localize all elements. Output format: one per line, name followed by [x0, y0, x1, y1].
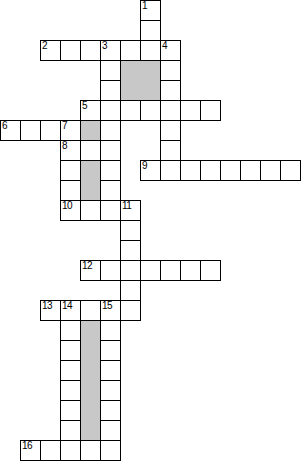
crossword-cell[interactable] [60, 340, 81, 361]
crossword-cell[interactable] [40, 120, 61, 141]
crossword-cell[interactable] [100, 420, 121, 441]
crossword-cell[interactable] [60, 320, 81, 341]
crossword-grid: 12345678910111213141516 [0, 0, 301, 461]
crossword-cell[interactable] [200, 100, 221, 121]
crossword-cell[interactable] [200, 260, 221, 281]
clue-number: 15 [102, 301, 112, 311]
crossword-cell[interactable] [140, 260, 161, 281]
crossword-cell[interactable] [100, 340, 121, 361]
crossword-cell[interactable]: 12 [80, 260, 101, 281]
crossword-cell[interactable] [120, 240, 141, 261]
crossword-cell[interactable] [100, 380, 121, 401]
crossword-cell[interactable] [20, 120, 41, 141]
crossword-cell[interactable]: 9 [140, 160, 161, 181]
crossword-cell[interactable] [160, 140, 181, 161]
clue-number: 6 [2, 121, 7, 131]
clue-number: 11 [122, 201, 131, 211]
crossword-cell[interactable]: 7 [60, 120, 81, 141]
crossword-cell[interactable] [220, 160, 241, 181]
gray-filler-block [81, 321, 100, 440]
crossword-cell[interactable] [100, 440, 121, 461]
crossword-cell[interactable] [60, 420, 81, 441]
clue-number: 10 [62, 201, 72, 211]
crossword-cell[interactable] [80, 440, 101, 461]
crossword-cell[interactable] [140, 20, 161, 41]
crossword-cell[interactable] [80, 300, 101, 321]
crossword-cell[interactable] [100, 260, 121, 281]
crossword-cell[interactable] [60, 380, 81, 401]
crossword-cell[interactable] [100, 360, 121, 381]
crossword-cell[interactable] [120, 100, 141, 121]
crossword-cell[interactable] [140, 100, 161, 121]
crossword-cell[interactable] [80, 200, 101, 221]
crossword-cell[interactable] [80, 40, 101, 61]
crossword-cell[interactable]: 11 [120, 200, 141, 221]
crossword-cell[interactable] [100, 60, 121, 81]
clue-number: 7 [62, 121, 67, 131]
crossword-cell[interactable] [200, 160, 221, 181]
crossword-cell[interactable] [160, 260, 181, 281]
crossword-cell[interactable] [40, 440, 61, 461]
crossword-cell[interactable] [60, 40, 81, 61]
crossword-cell[interactable] [160, 60, 181, 81]
clue-number: 9 [142, 161, 147, 171]
crossword-cell[interactable] [60, 180, 81, 201]
crossword-cell[interactable] [180, 100, 201, 121]
crossword-cell[interactable] [180, 160, 201, 181]
crossword-cell[interactable] [100, 140, 121, 161]
crossword-cell[interactable] [120, 260, 141, 281]
crossword-cell[interactable]: 5 [80, 100, 101, 121]
crossword-cell[interactable]: 1 [140, 0, 161, 21]
crossword-cell[interactable] [120, 40, 141, 61]
crossword-cell[interactable]: 4 [160, 40, 181, 61]
crossword-cell[interactable] [160, 120, 181, 141]
clue-number: 16 [22, 441, 32, 451]
crossword-cell[interactable] [120, 280, 141, 301]
crossword-cell[interactable] [60, 440, 81, 461]
clue-number: 14 [62, 301, 72, 311]
crossword-cell[interactable] [60, 400, 81, 421]
crossword-cell[interactable]: 13 [40, 300, 61, 321]
clue-number: 4 [162, 41, 167, 51]
gray-filler-block [81, 121, 100, 140]
crossword-cell[interactable] [160, 100, 181, 121]
crossword-cell[interactable] [80, 140, 101, 161]
crossword-cell[interactable] [260, 160, 281, 181]
clue-number: 12 [82, 261, 92, 271]
crossword-cell[interactable] [120, 220, 141, 241]
crossword-cell[interactable] [100, 180, 121, 201]
crossword-cell[interactable] [100, 400, 121, 421]
clue-number: 1 [142, 1, 147, 11]
crossword-cell[interactable] [160, 160, 181, 181]
crossword-cell[interactable] [100, 80, 121, 101]
gray-filler-block [81, 161, 100, 200]
crossword-cell[interactable]: 2 [40, 40, 61, 61]
crossword-cell[interactable] [60, 160, 81, 181]
clue-number: 13 [42, 301, 52, 311]
clue-number: 8 [62, 141, 67, 151]
crossword-cell[interactable] [240, 160, 261, 181]
crossword-cell[interactable] [180, 260, 201, 281]
crossword-cell[interactable]: 10 [60, 200, 81, 221]
clue-number: 5 [82, 101, 87, 111]
clue-number: 2 [42, 41, 47, 51]
crossword-cell[interactable] [120, 300, 141, 321]
crossword-cell[interactable]: 8 [60, 140, 81, 161]
crossword-cell[interactable] [100, 160, 121, 181]
crossword-cell[interactable] [160, 80, 181, 101]
crossword-cell[interactable] [100, 200, 121, 221]
crossword-cell[interactable] [140, 40, 161, 61]
crossword-cell[interactable] [100, 100, 121, 121]
crossword-cell[interactable] [60, 360, 81, 381]
crossword-cell[interactable]: 15 [100, 300, 121, 321]
clue-number: 3 [102, 41, 107, 51]
crossword-cell[interactable]: 3 [100, 40, 121, 61]
crossword-cell[interactable]: 16 [20, 440, 41, 461]
crossword-cell[interactable] [100, 120, 121, 141]
crossword-cell[interactable]: 14 [60, 300, 81, 321]
crossword-cell[interactable] [280, 160, 301, 181]
crossword-cell[interactable]: 6 [0, 120, 21, 141]
crossword-cell[interactable] [100, 320, 121, 341]
gray-filler-block [121, 61, 160, 100]
crossword-puzzle: 12345678910111213141516 [0, 0, 301, 461]
